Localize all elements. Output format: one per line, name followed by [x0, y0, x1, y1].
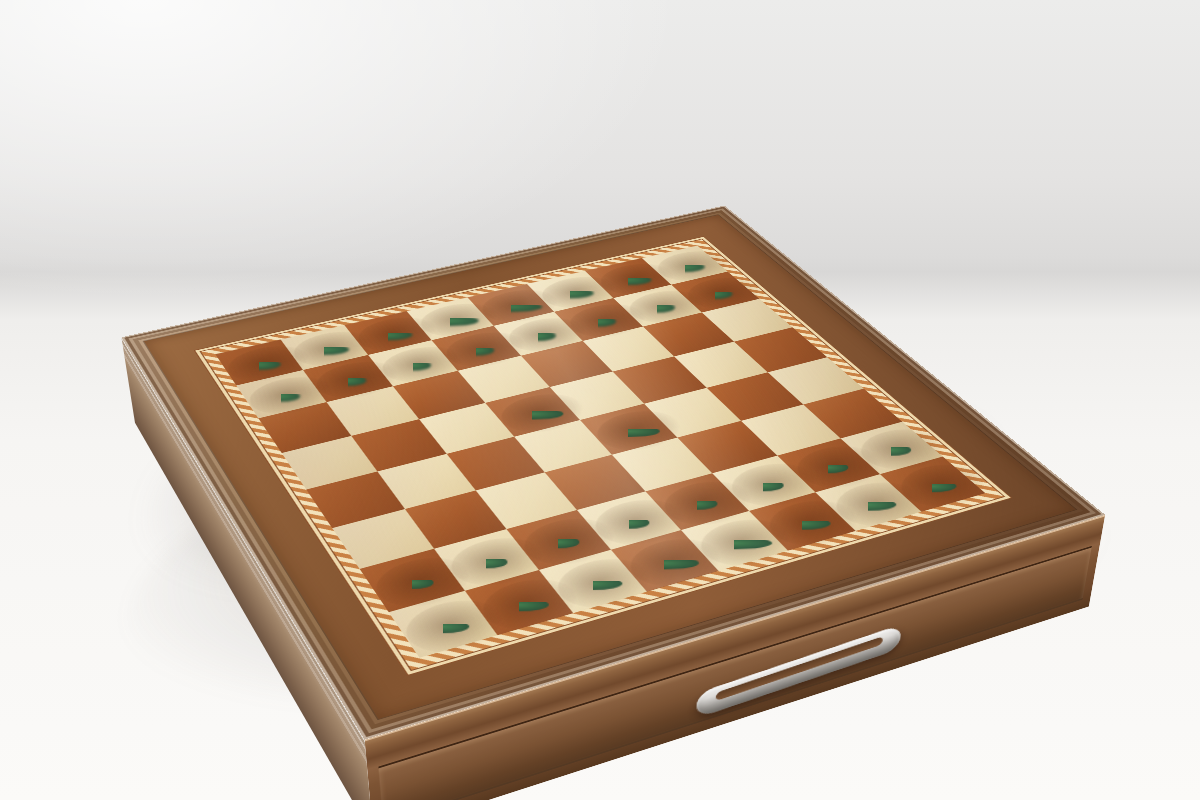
case-top-face: ♜♞♝♛♚♝♞♜♟♟♟♟♟♟♟♟♛♛♟♟♟♟♟♟♟♟♜♞♝♛♚♝♞♜ [121, 206, 1105, 740]
drawer-handle[interactable] [696, 624, 901, 718]
scene-perspective: ♜♞♝♛♚♝♞♜♟♟♟♟♟♟♟♟♛♛♟♟♟♟♟♟♟♟♜♞♝♛♚♝♞♜ [0, 0, 1200, 800]
chess-case: ♜♞♝♛♚♝♞♜♟♟♟♟♟♟♟♟♛♛♟♟♟♟♟♟♟♟♜♞♝♛♚♝♞♜ [121, 206, 1105, 740]
